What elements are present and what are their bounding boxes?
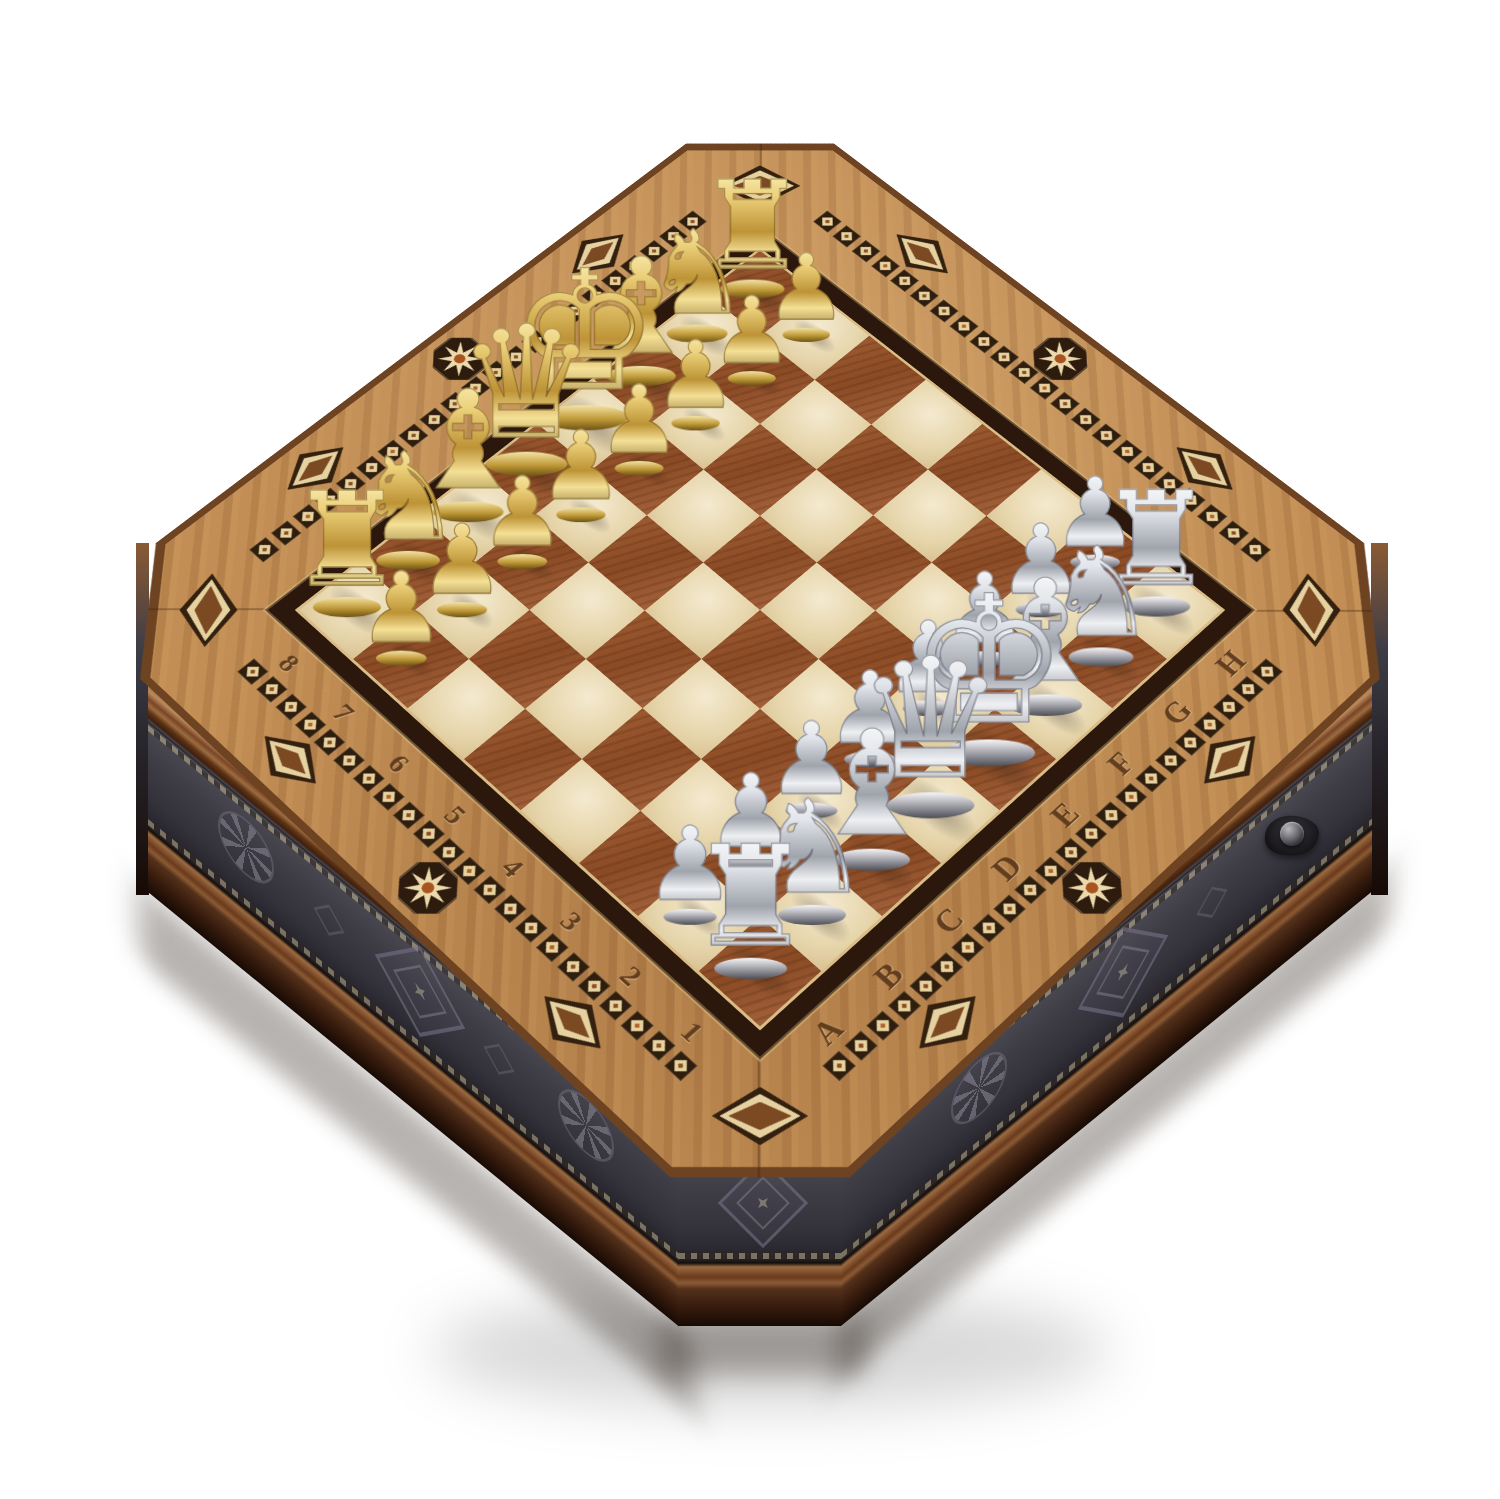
- gold-pawn-icon: ♟: [310, 560, 492, 666]
- chess-board: 12345678ABCDEFGH ♜♞♝♛♚♝♞♜♟♟♟♟♟♟♟♟♟♟♟♟♟♟♟…: [67, 88, 1453, 1262]
- silver-rook-icon: ♜: [654, 827, 847, 980]
- product-photo: 12345678ABCDEFGH ♜♞♝♛♚♝♞♜♟♟♟♟♟♟♟♟♟♟♟♟♟♟♟…: [0, 0, 1500, 1499]
- scene: 12345678ABCDEFGH ♜♞♝♛♚♝♞♜♟♟♟♟♟♟♟♟♟♟♟♟♟♟♟…: [0, 0, 1500, 1499]
- pieces-layer: ♜♞♝♛♚♝♞♜♟♟♟♟♟♟♟♟♟♟♟♟♟♟♟♟♜♞♝♛♚♝♞♜: [67, 88, 1453, 1262]
